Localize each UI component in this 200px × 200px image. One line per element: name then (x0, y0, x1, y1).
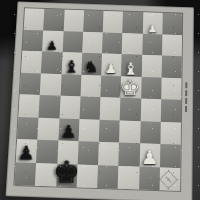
square-a7[interactable] (22, 29, 43, 51)
square-g3[interactable] (140, 121, 161, 144)
board-playing-area: ♟♟♝♞♟♝♚♟♟♟♚ (14, 8, 182, 191)
square-b4[interactable] (39, 95, 60, 118)
square-d4[interactable] (79, 96, 100, 119)
square-d1[interactable] (76, 164, 98, 188)
square-g7[interactable] (142, 33, 162, 55)
square-b8[interactable] (43, 9, 64, 31)
square-a8[interactable] (24, 8, 45, 30)
square-d3[interactable] (78, 119, 99, 142)
square-h6[interactable] (161, 55, 181, 77)
square-e5[interactable] (100, 75, 121, 98)
square-h2[interactable] (160, 144, 181, 168)
piece-black-bishop-c6[interactable]: ♝ (63, 58, 79, 74)
square-d8[interactable] (83, 10, 104, 32)
square-d6[interactable]: ♞ (81, 53, 102, 75)
piece-white-pawn-e6[interactable]: ♟ (105, 63, 117, 76)
square-c1[interactable]: ♚ (56, 163, 78, 187)
square-f8[interactable] (123, 12, 143, 34)
square-e6[interactable]: ♟ (101, 53, 122, 75)
square-b5[interactable] (40, 73, 61, 96)
square-h7[interactable] (162, 34, 182, 56)
square-e1[interactable] (97, 165, 118, 189)
square-d5[interactable] (80, 74, 101, 97)
square-g1[interactable] (139, 166, 160, 190)
piece-black-pawn-a2[interactable]: ♟ (17, 144, 35, 162)
piece-white-pawn-g2[interactable]: ♟ (141, 148, 159, 166)
square-h4[interactable] (161, 99, 182, 122)
square-e2[interactable] (98, 142, 119, 166)
square-c3[interactable]: ♟ (58, 118, 79, 141)
square-f5[interactable]: ♚ (121, 76, 142, 99)
piece-white-king-f5[interactable]: ♚ (120, 77, 140, 98)
square-f6[interactable]: ♝ (121, 54, 142, 76)
square-e4[interactable] (100, 97, 121, 120)
square-d7[interactable] (82, 31, 103, 53)
square-b3[interactable] (38, 117, 59, 140)
square-a6[interactable] (21, 51, 42, 73)
square-h8[interactable] (162, 13, 182, 35)
square-f1[interactable] (118, 165, 139, 189)
square-a2[interactable]: ♟ (16, 139, 38, 163)
board-grid: ♟♟♝♞♟♝♚♟♟♟♚ (14, 8, 182, 191)
square-f3[interactable] (119, 120, 140, 143)
square-c5[interactable] (60, 74, 81, 97)
square-g2[interactable]: ♟ (139, 143, 160, 167)
piece-white-bishop-f6[interactable]: ♝ (123, 60, 139, 76)
piece-black-pawn-c3[interactable]: ♟ (60, 124, 76, 141)
photo-background: ♟♟♝♞♟♝♚♟♟♟♚ (0, 0, 200, 200)
square-f2[interactable] (119, 143, 140, 167)
square-g4[interactable] (140, 98, 161, 121)
square-h5[interactable] (161, 77, 181, 100)
square-c6[interactable]: ♝ (61, 52, 82, 74)
square-c7[interactable] (62, 31, 83, 53)
square-g5[interactable] (141, 76, 162, 99)
square-e3[interactable] (99, 119, 120, 142)
square-g8[interactable]: ♟ (142, 12, 162, 34)
square-a5[interactable] (20, 72, 41, 95)
square-a3[interactable] (17, 117, 39, 140)
square-f4[interactable] (120, 98, 141, 121)
piece-black-knight-d6[interactable]: ♞ (84, 60, 99, 75)
square-e7[interactable] (102, 32, 123, 54)
piece-white-pawn-g8[interactable]: ♟ (147, 23, 157, 33)
square-f7[interactable] (122, 33, 142, 55)
square-b6[interactable] (41, 51, 62, 73)
square-d2[interactable] (77, 141, 98, 165)
chess-board: ♟♟♝♞♟♝♚♟♟♟♚ (6, 1, 194, 200)
square-h3[interactable] (160, 121, 181, 144)
frame-marking (185, 83, 191, 113)
square-c4[interactable] (59, 96, 80, 119)
square-c8[interactable] (63, 10, 84, 32)
square-b7[interactable]: ♟ (42, 30, 63, 52)
square-g6[interactable] (141, 55, 161, 77)
piece-black-pawn-b7[interactable]: ♟ (47, 40, 58, 51)
square-a4[interactable] (18, 94, 39, 117)
square-a1[interactable] (14, 162, 36, 186)
square-e8[interactable] (103, 11, 123, 33)
